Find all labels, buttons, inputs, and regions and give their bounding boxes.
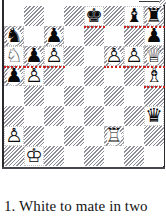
piece-white-pawn-b5: ♙ — [24, 66, 44, 86]
square-f6: ♙ — [104, 46, 124, 66]
puzzle-caption: 1. White to mate in two — [4, 198, 166, 215]
square-a7: ♞ — [4, 26, 24, 46]
square-f2: ♖ — [104, 126, 124, 146]
square-g5 — [124, 66, 144, 86]
piece-white-pawn-a2: ♙ — [4, 126, 24, 146]
square-g7 — [124, 26, 144, 46]
piece-white-knight-a6: ♘ — [4, 46, 24, 66]
square-b4 — [24, 86, 44, 106]
square-c7: ♟ — [44, 26, 64, 46]
square-g8: ♝ — [124, 6, 144, 26]
board-border-bottom — [2, 167, 165, 169]
square-d2 — [64, 126, 84, 146]
square-f4 — [104, 86, 124, 106]
square-c5 — [44, 66, 64, 86]
square-d5 — [64, 66, 84, 86]
square-h2 — [144, 126, 164, 146]
square-e1 — [84, 146, 104, 166]
piece-black-queen-h3: ♛ — [144, 106, 164, 126]
square-a6: ♘ — [4, 46, 24, 66]
square-e5 — [84, 66, 104, 86]
square-e2 — [84, 126, 104, 146]
square-d4 — [64, 86, 84, 106]
square-b1: ♔ — [24, 146, 44, 166]
square-a3 — [4, 106, 24, 126]
square-e7 — [84, 26, 104, 46]
piece-black-pawn-c7: ♟ — [44, 26, 64, 46]
square-a4 — [4, 86, 24, 106]
piece-black-pawn-h7: ♟ — [144, 26, 164, 46]
square-a8 — [4, 6, 24, 26]
piece-white-queen-h6: ♕ — [144, 46, 164, 66]
square-h4 — [144, 86, 164, 106]
square-h6: ♕ — [144, 46, 164, 66]
piece-black-rook-h8: ♜ — [144, 6, 164, 26]
piece-black-bishop-g8: ♝ — [124, 6, 144, 26]
square-h3: ♛ — [144, 106, 164, 126]
square-e8: ♚ — [84, 6, 104, 26]
square-c2 — [44, 126, 64, 146]
chess-board: ♚♝♜♞♟♟♘♟♙♙♙♕♟♙♗♛♙♖♔ — [4, 6, 164, 166]
square-f3 — [104, 106, 124, 126]
piece-white-pawn-c6: ♙ — [44, 46, 64, 66]
scanned-page: ♚♝♜♞♟♟♘♟♙♙♙♕♟♙♗♛♙♖♔ 1. White to mate in … — [0, 0, 166, 224]
square-d1 — [64, 146, 84, 166]
square-e6 — [84, 46, 104, 66]
piece-white-pawn-g6: ♙ — [124, 46, 144, 66]
square-a5: ♟ — [4, 66, 24, 86]
square-b6: ♟ — [24, 46, 44, 66]
square-b5: ♙ — [24, 66, 44, 86]
square-h8: ♜ — [144, 6, 164, 26]
square-b2 — [24, 126, 44, 146]
square-f5 — [104, 66, 124, 86]
square-f7 — [104, 26, 124, 46]
square-b7 — [24, 26, 44, 46]
square-b8 — [24, 6, 44, 26]
piece-black-king-e8: ♚ — [84, 6, 104, 26]
square-a2: ♙ — [4, 126, 24, 146]
square-c1 — [44, 146, 64, 166]
square-c3 — [44, 106, 64, 126]
square-f8 — [104, 6, 124, 26]
square-d6 — [64, 46, 84, 66]
square-f1 — [104, 146, 124, 166]
square-g4 — [124, 86, 144, 106]
piece-black-knight-a7: ♞ — [4, 26, 24, 46]
square-c4 — [44, 86, 64, 106]
square-c8 — [44, 6, 64, 26]
piece-white-rook-f2: ♖ — [104, 126, 124, 146]
square-g1 — [124, 146, 144, 166]
piece-black-pawn-b6: ♟ — [24, 46, 44, 66]
square-h7: ♟ — [144, 26, 164, 46]
square-b3 — [24, 106, 44, 126]
square-d3 — [64, 106, 84, 126]
square-c6: ♙ — [44, 46, 64, 66]
square-e4 — [84, 86, 104, 106]
square-h1 — [144, 146, 164, 166]
square-g2 — [124, 126, 144, 146]
square-e3 — [84, 106, 104, 126]
piece-black-pawn-a5: ♟ — [4, 66, 24, 86]
square-d8 — [64, 6, 84, 26]
square-h5: ♗ — [144, 66, 164, 86]
piece-white-bishop-h5: ♗ — [144, 66, 164, 86]
square-g3 — [124, 106, 144, 126]
square-g6: ♙ — [124, 46, 144, 66]
piece-white-king-b1: ♔ — [24, 146, 44, 166]
piece-white-pawn-f6: ♙ — [104, 46, 124, 66]
square-d7 — [64, 26, 84, 46]
square-a1 — [4, 146, 24, 166]
